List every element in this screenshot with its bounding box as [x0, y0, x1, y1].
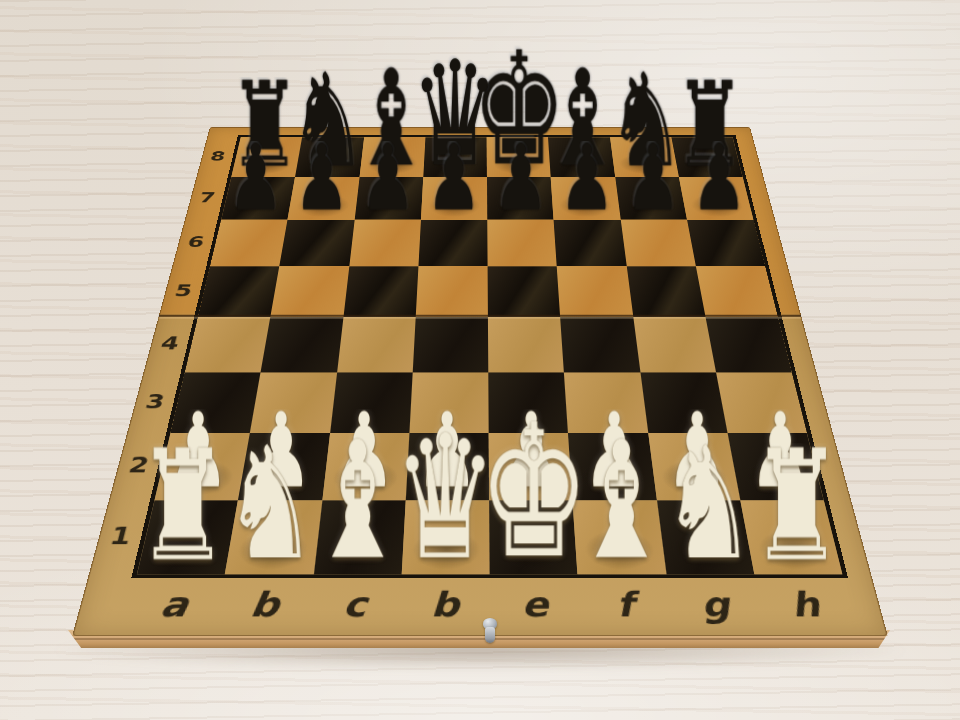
- square-h6[interactable]: [687, 220, 765, 266]
- file-label-c: c: [307, 584, 401, 631]
- clasp-hasp-icon: [485, 627, 495, 643]
- square-a4[interactable]: [185, 317, 271, 372]
- square-f1[interactable]: ♝: [573, 500, 666, 574]
- square-g6[interactable]: [620, 220, 695, 266]
- white-bishop[interactable]: ♝: [313, 500, 405, 574]
- square-c6[interactable]: [349, 220, 421, 266]
- file-label-d: b: [398, 584, 490, 631]
- square-a5[interactable]: [198, 266, 279, 317]
- square-h5[interactable]: [696, 266, 778, 317]
- square-c5[interactable]: [343, 266, 418, 317]
- square-e6[interactable]: [487, 220, 557, 266]
- square-g4[interactable]: [633, 317, 716, 372]
- square-a6[interactable]: [210, 220, 288, 266]
- file-label-b: b: [215, 584, 312, 631]
- square-f4[interactable]: [560, 317, 640, 372]
- square-h7[interactable]: ♟: [679, 177, 754, 220]
- scene: ♜♞♝♛♚♝♞♜♟♟♟♟♟♟♟♟♟♟♟♟♟♟♟♟♜♞♝♛♚♝♞♜ 8765432…: [0, 0, 960, 720]
- rank-label-4: 4: [152, 333, 187, 355]
- square-b4[interactable]: [261, 317, 343, 372]
- square-c4[interactable]: [337, 317, 416, 372]
- square-e5[interactable]: [488, 266, 561, 317]
- file-label-a: a: [124, 584, 224, 631]
- board-frame: ♜♞♝♛♚♝♞♜♟♟♟♟♟♟♟♟♟♟♟♟♟♟♟♟♜♞♝♛♚♝♞♜: [131, 135, 848, 578]
- square-b6[interactable]: [280, 220, 355, 266]
- file-label-e: e: [490, 584, 582, 631]
- square-f6[interactable]: [554, 220, 626, 266]
- board-grid: ♜♞♝♛♚♝♞♜♟♟♟♟♟♟♟♟♟♟♟♟♟♟♟♟♜♞♝♛♚♝♞♜: [137, 137, 842, 574]
- file-label-f: f: [578, 584, 673, 631]
- square-h1[interactable]: ♜: [740, 500, 842, 574]
- rank-label-6: 6: [180, 233, 212, 251]
- rank-label-8: 8: [203, 149, 232, 165]
- piece-glyph: ♜: [56, 443, 309, 568]
- square-d6[interactable]: [418, 220, 487, 266]
- chess-board: ♜♞♝♛♚♝♞♜♟♟♟♟♟♟♟♟♟♟♟♟♟♟♟♟♜♞♝♛♚♝♞♜ 8765432…: [72, 127, 888, 636]
- square-g5[interactable]: [626, 266, 705, 317]
- piece-glyph: ♟: [624, 141, 815, 216]
- white-rook[interactable]: ♜: [137, 500, 238, 574]
- black-pawn[interactable]: ♟: [679, 177, 754, 220]
- square-d4[interactable]: [412, 317, 488, 372]
- clasp-latch: [479, 618, 501, 648]
- white-bishop[interactable]: ♝: [573, 500, 666, 574]
- square-c1[interactable]: ♝: [313, 500, 405, 574]
- rank-label-7: 7: [192, 189, 222, 206]
- piece-glyph: ♜: [670, 443, 923, 568]
- square-h4[interactable]: [705, 317, 791, 372]
- file-label-h: h: [756, 584, 857, 631]
- square-a1[interactable]: ♜: [137, 500, 238, 574]
- white-rook[interactable]: ♜: [740, 500, 842, 574]
- square-b5[interactable]: [271, 266, 349, 317]
- square-e4[interactable]: [488, 317, 564, 372]
- square-d5[interactable]: [415, 266, 487, 317]
- file-label-g: g: [667, 584, 765, 631]
- square-f5[interactable]: [557, 266, 633, 317]
- rank-label-5: 5: [167, 281, 200, 301]
